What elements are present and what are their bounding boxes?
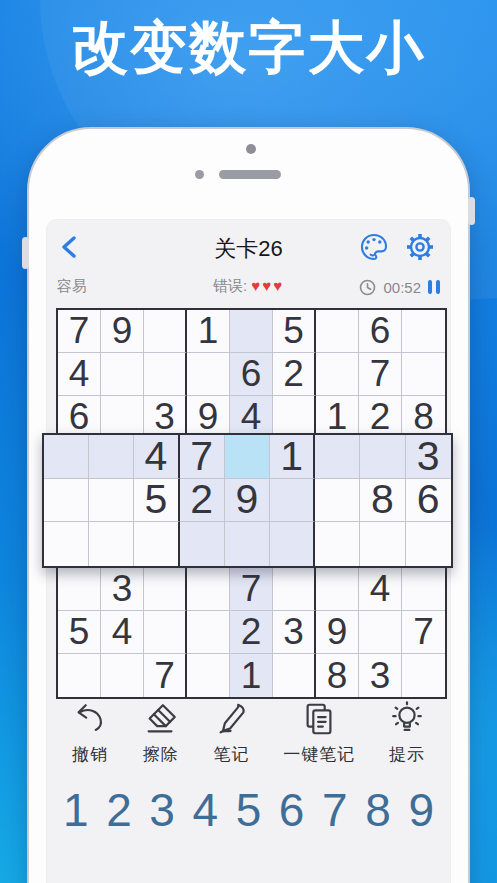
cell-r1c3[interactable] xyxy=(144,310,187,353)
bulb-icon xyxy=(388,700,426,738)
cell-r9c5[interactable]: 1 xyxy=(230,654,273,697)
cell-r8c7[interactable]: 9 xyxy=(316,611,359,654)
cell-r9c8[interactable]: 3 xyxy=(359,654,402,697)
cell-r9c6[interactable] xyxy=(273,654,316,697)
cell-r5c8[interactable]: 8 xyxy=(360,479,405,523)
cell-r1c2[interactable]: 9 xyxy=(101,310,144,353)
cell-r1c4[interactable]: 1 xyxy=(187,310,230,353)
zoom-overlay-board: 471352986 xyxy=(42,433,453,568)
numkey-1[interactable]: 1 xyxy=(63,780,89,840)
cell-r5c2[interactable] xyxy=(89,479,134,523)
cell-r7c5[interactable]: 7 xyxy=(230,568,273,611)
clock-icon xyxy=(359,279,376,296)
tool-label: 撤销 xyxy=(72,743,108,766)
cell-r6c4[interactable] xyxy=(180,522,225,566)
toolbar: 撤销 擦除 xyxy=(47,700,450,766)
cell-r8c1[interactable]: 5 xyxy=(58,611,101,654)
cell-r6c7[interactable] xyxy=(315,522,360,566)
cell-r7c7[interactable] xyxy=(316,568,359,611)
auto-notes-button[interactable]: 一键笔记 xyxy=(283,700,355,766)
cell-r2c6[interactable]: 2 xyxy=(273,353,316,396)
cell-r4c4[interactable]: 7 xyxy=(180,435,225,479)
cell-r4c1[interactable] xyxy=(44,435,89,479)
cell-r6c1[interactable] xyxy=(44,522,89,566)
cell-r1c7[interactable] xyxy=(316,310,359,353)
cell-r2c3[interactable] xyxy=(144,353,187,396)
cell-r2c5[interactable]: 6 xyxy=(230,353,273,396)
cell-r5c9[interactable]: 6 xyxy=(406,479,451,523)
cell-r5c3[interactable]: 5 xyxy=(134,479,179,523)
cell-r8c8[interactable] xyxy=(359,611,402,654)
cell-r9c1[interactable] xyxy=(58,654,101,697)
cell-r1c1[interactable]: 7 xyxy=(58,310,101,353)
tool-label: 提示 xyxy=(389,743,425,766)
undo-button[interactable]: 撤销 xyxy=(71,700,109,766)
palette-icon xyxy=(358,231,390,263)
numkey-3[interactable]: 3 xyxy=(149,780,175,840)
mistakes-label: 错误: xyxy=(213,277,247,294)
speaker-grill xyxy=(219,170,281,179)
cell-r4c5[interactable] xyxy=(225,435,270,479)
power-button xyxy=(468,197,475,225)
cell-r8c2[interactable]: 4 xyxy=(101,611,144,654)
hearts-lives: ♥♥♥ xyxy=(251,277,284,294)
notes-copy-icon xyxy=(300,700,338,738)
cell-r5c1[interactable] xyxy=(44,479,89,523)
pause-button[interactable] xyxy=(428,280,440,294)
cell-r4c9[interactable]: 3 xyxy=(406,435,451,479)
numkey-8[interactable]: 8 xyxy=(365,780,391,840)
cell-r5c6[interactable] xyxy=(270,479,315,523)
cell-r9c3[interactable]: 7 xyxy=(144,654,187,697)
cell-r2c9[interactable] xyxy=(402,353,445,396)
cell-r6c9[interactable] xyxy=(406,522,451,566)
gear-icon xyxy=(404,231,436,263)
hint-button[interactable]: 提示 xyxy=(388,700,426,766)
numpad: 1 2 3 4 5 6 7 8 9 xyxy=(47,780,450,840)
banner-title: 改变数字大小 xyxy=(0,10,497,87)
status-row: 容易 错误: ♥♥♥ 00:52 xyxy=(47,274,450,300)
cell-r7c9[interactable] xyxy=(402,568,445,611)
cell-r4c6[interactable]: 1 xyxy=(270,435,315,479)
numkey-6[interactable]: 6 xyxy=(279,780,305,840)
cell-r7c4[interactable] xyxy=(187,568,230,611)
cell-r2c1[interactable]: 4 xyxy=(58,353,101,396)
cell-r5c5[interactable]: 9 xyxy=(225,479,270,523)
notes-button[interactable]: 笔记 xyxy=(213,700,251,766)
cell-r4c8[interactable] xyxy=(360,435,405,479)
tool-label: 擦除 xyxy=(143,743,179,766)
pause-bar xyxy=(436,280,440,294)
theme-button[interactable] xyxy=(358,231,390,263)
cell-r8c4[interactable] xyxy=(187,611,230,654)
cell-r4c7[interactable] xyxy=(315,435,360,479)
cell-r8c3[interactable] xyxy=(144,611,187,654)
numkey-4[interactable]: 4 xyxy=(193,780,219,840)
cell-r6c2[interactable] xyxy=(89,522,134,566)
pause-bar xyxy=(428,280,432,294)
cell-r2c7[interactable] xyxy=(316,353,359,396)
cell-r4c3[interactable]: 4 xyxy=(134,435,179,479)
cell-r1c5[interactable] xyxy=(230,310,273,353)
timer-value: 00:52 xyxy=(383,279,421,296)
undo-icon xyxy=(71,700,109,738)
erase-button[interactable]: 擦除 xyxy=(142,700,180,766)
numkey-2[interactable]: 2 xyxy=(106,780,132,840)
cell-r2c4[interactable] xyxy=(187,353,230,396)
tool-label: 一键笔记 xyxy=(283,743,355,766)
cell-r2c8[interactable]: 7 xyxy=(359,353,402,396)
cell-r7c3[interactable] xyxy=(144,568,187,611)
cell-r7c6[interactable] xyxy=(273,568,316,611)
cell-r2c2[interactable] xyxy=(101,353,144,396)
numkey-9[interactable]: 9 xyxy=(408,780,434,840)
numkey-7[interactable]: 7 xyxy=(322,780,348,840)
cell-r1c9[interactable] xyxy=(402,310,445,353)
camera-dot xyxy=(246,144,256,154)
cell-r8c9[interactable]: 7 xyxy=(402,611,445,654)
eraser-icon xyxy=(142,700,180,738)
tool-label: 笔记 xyxy=(214,743,250,766)
volume-button xyxy=(22,237,29,269)
cell-r8c6[interactable]: 3 xyxy=(273,611,316,654)
cell-r7c2[interactable]: 3 xyxy=(101,568,144,611)
settings-button[interactable] xyxy=(404,231,436,263)
cell-r7c8[interactable]: 4 xyxy=(359,568,402,611)
cell-r6c6[interactable] xyxy=(270,522,315,566)
cell-r8c5[interactable]: 2 xyxy=(230,611,273,654)
cell-r5c7[interactable] xyxy=(315,479,360,523)
pen-icon xyxy=(213,700,251,738)
numkey-5[interactable]: 5 xyxy=(236,780,262,840)
cell-r4c2[interactable] xyxy=(89,435,134,479)
timer: 00:52 xyxy=(359,274,440,300)
cell-r1c6[interactable]: 5 xyxy=(273,310,316,353)
cell-r9c7[interactable]: 8 xyxy=(316,654,359,697)
cell-r9c9[interactable] xyxy=(402,654,445,697)
cell-r9c2[interactable] xyxy=(101,654,144,697)
cell-r6c8[interactable] xyxy=(360,522,405,566)
cell-r1c8[interactable]: 6 xyxy=(359,310,402,353)
cell-r6c3[interactable] xyxy=(134,522,179,566)
cell-r7c1[interactable] xyxy=(58,568,101,611)
cell-r5c4[interactable]: 2 xyxy=(180,479,225,523)
cell-r6c5[interactable] xyxy=(225,522,270,566)
cell-r9c4[interactable] xyxy=(187,654,230,697)
front-camera xyxy=(195,170,204,179)
nav-bar: 关卡26 xyxy=(47,226,450,268)
